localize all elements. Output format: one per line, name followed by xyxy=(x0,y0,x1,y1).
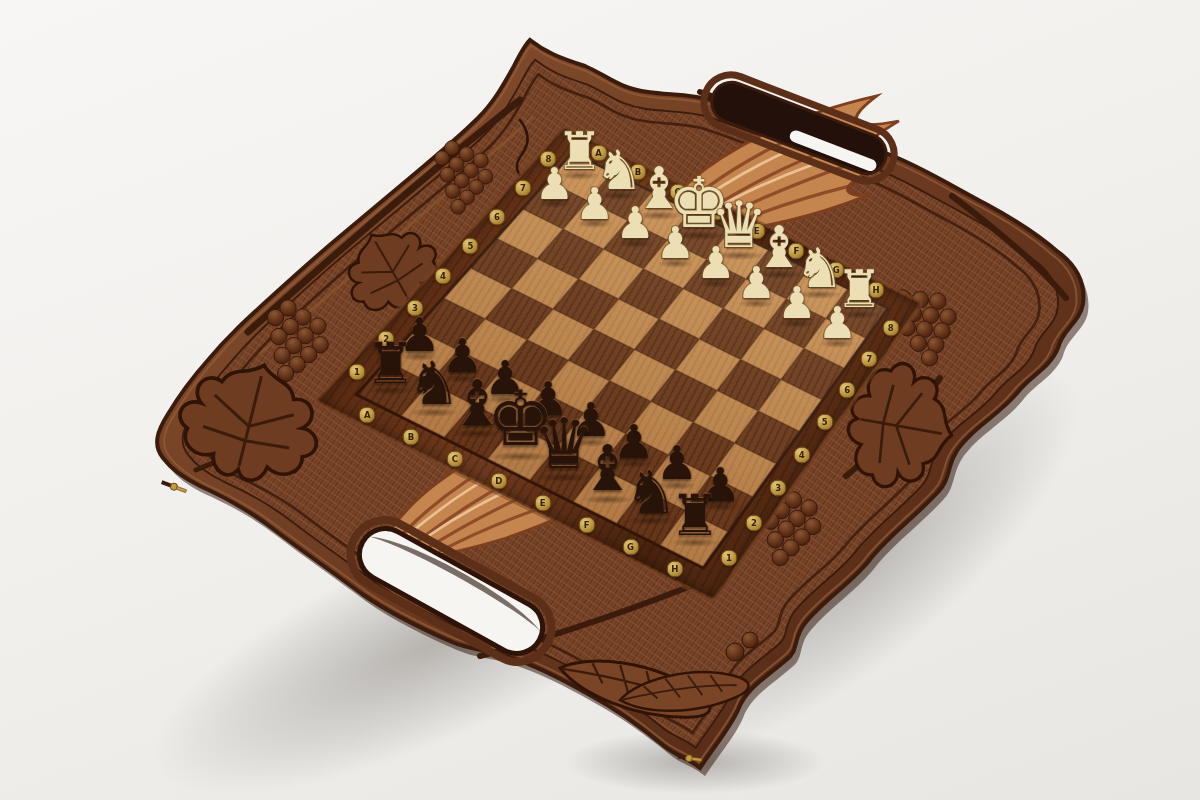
coord-file-label-near-F: F xyxy=(578,517,595,534)
piece-white-pawn-f7[interactable]: ♟ xyxy=(734,261,778,305)
coord-rank-label-hfile-8: 8 xyxy=(882,320,899,337)
piece-white-pawn-b7[interactable]: ♟ xyxy=(573,182,617,226)
coord-file-label-near-E: E xyxy=(534,495,551,512)
coord-file-label-near-G: G xyxy=(622,539,639,556)
coord-rank-label-afile-4: 4 xyxy=(435,268,452,285)
piece-white-pawn-g7[interactable]: ♟ xyxy=(775,281,819,325)
coord-rank-label-hfile-1: 1 xyxy=(721,550,738,567)
photo-stage: ABCDEFGHABCDEFGH1234567812345678♜♞♝♚♛♝♞♜… xyxy=(0,0,1200,800)
coord-rank-label-afile-7: 7 xyxy=(515,179,532,196)
coord-rank-label-hfile-5: 5 xyxy=(816,414,833,431)
piece-white-pawn-c7[interactable]: ♟ xyxy=(613,201,657,245)
piece-white-pawn-e7[interactable]: ♟ xyxy=(694,241,738,285)
coord-rank-label-hfile-2: 2 xyxy=(745,514,762,531)
coord-file-label-near-D: D xyxy=(490,473,507,490)
coord-file-label-near-A: A xyxy=(359,407,376,424)
coord-file-label-near-B: B xyxy=(403,429,420,446)
piece-shadow xyxy=(672,538,717,547)
coord-rank-label-hfile-7: 7 xyxy=(861,350,878,367)
coord-file-label-near-C: C xyxy=(446,451,463,468)
piece-white-pawn-d7[interactable]: ♟ xyxy=(654,221,698,265)
piece-white-pawn-h7[interactable]: ♟ xyxy=(816,301,860,345)
carved-bud xyxy=(726,643,744,661)
rook-icon: ♜ xyxy=(667,487,724,544)
coord-rank-label-afile-6: 6 xyxy=(489,208,506,225)
coord-rank-label-hfile-3: 3 xyxy=(770,480,787,497)
coord-rank-label-hfile-6: 6 xyxy=(839,382,856,399)
piece-black-rook-h1[interactable]: ♜ xyxy=(667,487,724,544)
coord-file-label-near-H: H xyxy=(666,561,683,578)
latch-left xyxy=(161,479,188,494)
piece-white-pawn-a7[interactable]: ♟ xyxy=(533,162,577,206)
piece-shadow xyxy=(618,239,653,248)
carved-bud xyxy=(742,632,758,648)
coord-rank-label-hfile-4: 4 xyxy=(793,446,810,463)
coord-rank-label-afile-5: 5 xyxy=(462,238,479,255)
